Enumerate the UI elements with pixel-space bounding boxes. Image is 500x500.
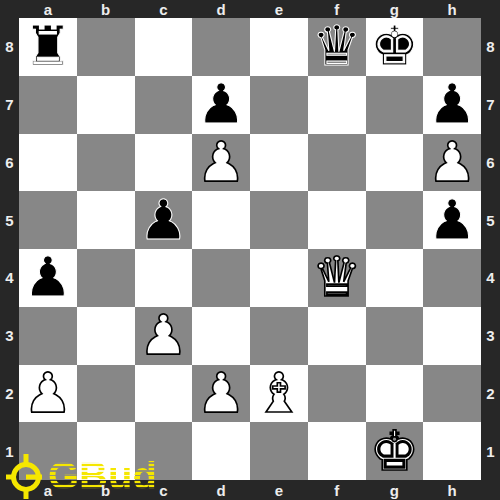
file-labels-bottom: abcdefgh <box>19 480 481 500</box>
square-e7[interactable] <box>250 76 308 134</box>
square-b4[interactable] <box>77 249 135 307</box>
white-pawn[interactable]: ♟ <box>427 135 476 190</box>
square-f6[interactable] <box>308 134 366 192</box>
square-a6[interactable] <box>19 134 77 192</box>
rank-label-3: 3 <box>0 307 19 365</box>
square-c3[interactable]: ♟ <box>135 307 193 365</box>
black-rook[interactable]: ♜ <box>23 19 72 74</box>
file-labels-top: abcdefgh <box>19 0 481 18</box>
square-c8[interactable] <box>135 18 193 76</box>
file-label-f: f <box>308 0 366 18</box>
square-h6[interactable]: ♟ <box>423 134 481 192</box>
square-c2[interactable] <box>135 365 193 423</box>
black-pawn[interactable]: ♟ <box>139 193 188 248</box>
file-label-f: f <box>308 480 366 500</box>
square-e4[interactable] <box>250 249 308 307</box>
rank-label-4: 4 <box>481 249 500 307</box>
square-g7[interactable] <box>366 76 424 134</box>
square-e1[interactable] <box>250 422 308 480</box>
square-b3[interactable] <box>77 307 135 365</box>
square-e5[interactable] <box>250 191 308 249</box>
chess-board-frame: abcdefgh abcdefgh 87654321 87654321 ♜♛♚♟… <box>0 0 500 500</box>
square-e8[interactable] <box>250 18 308 76</box>
white-king[interactable]: ♚ <box>370 424 419 479</box>
square-a3[interactable] <box>19 307 77 365</box>
square-b6[interactable] <box>77 134 135 192</box>
white-pawn[interactable]: ♟ <box>139 308 188 363</box>
square-f7[interactable] <box>308 76 366 134</box>
square-h8[interactable] <box>423 18 481 76</box>
rank-label-3: 3 <box>481 307 500 365</box>
square-c7[interactable] <box>135 76 193 134</box>
square-d3[interactable] <box>192 307 250 365</box>
square-b8[interactable] <box>77 18 135 76</box>
file-label-d: d <box>192 480 250 500</box>
square-b7[interactable] <box>77 76 135 134</box>
white-queen[interactable]: ♛ <box>312 250 361 305</box>
square-h5[interactable]: ♟ <box>423 191 481 249</box>
square-d6[interactable]: ♟ <box>192 134 250 192</box>
square-h4[interactable] <box>423 249 481 307</box>
file-label-d: d <box>192 0 250 18</box>
rank-label-7: 7 <box>0 76 19 134</box>
square-b2[interactable] <box>77 365 135 423</box>
square-a8[interactable]: ♜ <box>19 18 77 76</box>
file-label-e: e <box>250 480 308 500</box>
file-label-a: a <box>19 0 77 18</box>
square-b5[interactable] <box>77 191 135 249</box>
square-g8[interactable]: ♚ <box>366 18 424 76</box>
black-pawn[interactable]: ♟ <box>23 250 72 305</box>
square-a5[interactable] <box>19 191 77 249</box>
black-king[interactable]: ♚ <box>370 19 419 74</box>
file-label-b: b <box>77 0 135 18</box>
rank-labels-right: 87654321 <box>481 18 500 480</box>
square-d5[interactable] <box>192 191 250 249</box>
square-d2[interactable]: ♟ <box>192 365 250 423</box>
rank-label-1: 1 <box>481 422 500 480</box>
square-f8[interactable]: ♛ <box>308 18 366 76</box>
rank-label-6: 6 <box>0 134 19 192</box>
file-label-h: h <box>423 0 481 18</box>
square-e6[interactable] <box>250 134 308 192</box>
square-f3[interactable] <box>308 307 366 365</box>
square-h2[interactable] <box>423 365 481 423</box>
white-pawn[interactable]: ♟ <box>196 366 245 421</box>
square-g4[interactable] <box>366 249 424 307</box>
square-f4[interactable]: ♛ <box>308 249 366 307</box>
black-pawn[interactable]: ♟ <box>196 77 245 132</box>
rank-label-8: 8 <box>0 18 19 76</box>
rank-label-2: 2 <box>481 365 500 423</box>
square-g6[interactable] <box>366 134 424 192</box>
square-a7[interactable] <box>19 76 77 134</box>
square-g1[interactable]: ♚ <box>366 422 424 480</box>
file-label-e: e <box>250 0 308 18</box>
black-pawn[interactable]: ♟ <box>427 193 476 248</box>
file-label-c: c <box>135 0 193 18</box>
white-pawn[interactable]: ♟ <box>196 135 245 190</box>
square-f1[interactable] <box>308 422 366 480</box>
square-h3[interactable] <box>423 307 481 365</box>
square-c4[interactable] <box>135 249 193 307</box>
file-label-g: g <box>366 480 424 500</box>
file-label-h: h <box>423 480 481 500</box>
file-label-c: c <box>135 480 193 500</box>
square-d1[interactable] <box>192 422 250 480</box>
square-g3[interactable] <box>366 307 424 365</box>
square-c5[interactable]: ♟ <box>135 191 193 249</box>
file-label-a: a <box>19 480 77 500</box>
square-a4[interactable]: ♟ <box>19 249 77 307</box>
square-a2[interactable]: ♟ <box>19 365 77 423</box>
rank-label-2: 2 <box>0 365 19 423</box>
rank-label-1: 1 <box>0 422 19 480</box>
square-h1[interactable] <box>423 422 481 480</box>
black-queen[interactable]: ♛ <box>312 19 361 74</box>
file-label-g: g <box>366 0 424 18</box>
rank-label-6: 6 <box>481 134 500 192</box>
square-f5[interactable] <box>308 191 366 249</box>
square-h7[interactable]: ♟ <box>423 76 481 134</box>
square-f2[interactable] <box>308 365 366 423</box>
rank-label-8: 8 <box>481 18 500 76</box>
rank-label-5: 5 <box>0 191 19 249</box>
square-e3[interactable] <box>250 307 308 365</box>
square-d4[interactable] <box>192 249 250 307</box>
rank-labels-left: 87654321 <box>0 18 19 480</box>
file-label-b: b <box>77 480 135 500</box>
square-e2[interactable]: ♝ <box>250 365 308 423</box>
square-d8[interactable] <box>192 18 250 76</box>
black-pawn[interactable]: ♟ <box>427 77 476 132</box>
square-g5[interactable] <box>366 191 424 249</box>
rank-label-7: 7 <box>481 76 500 134</box>
rank-label-4: 4 <box>0 249 19 307</box>
square-c6[interactable] <box>135 134 193 192</box>
white-bishop[interactable]: ♝ <box>254 366 303 421</box>
rank-label-5: 5 <box>481 191 500 249</box>
square-d7[interactable]: ♟ <box>192 76 250 134</box>
chess-board[interactable]: ♜♛♚♟♟♟♟♟♟♟♛♟♟♟♝♚ <box>19 18 481 480</box>
white-pawn[interactable]: ♟ <box>23 366 72 421</box>
square-g2[interactable] <box>366 365 424 423</box>
